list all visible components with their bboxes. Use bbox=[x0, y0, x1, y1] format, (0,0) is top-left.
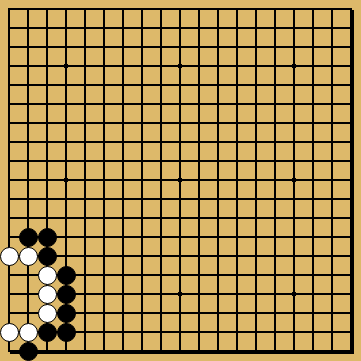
grid-line-vertical bbox=[274, 8, 276, 352]
grid-line-vertical bbox=[217, 8, 219, 352]
grid-line-vertical bbox=[331, 8, 333, 352]
stone-black-d2[interactable] bbox=[57, 323, 76, 342]
star-point bbox=[292, 292, 296, 296]
go-board-diagram bbox=[0, 0, 361, 361]
grid-line-horizontal bbox=[8, 236, 352, 238]
stone-white-a2[interactable] bbox=[0, 323, 19, 342]
star-point bbox=[178, 64, 182, 68]
stone-black-d3[interactable] bbox=[57, 304, 76, 323]
grid-line-vertical bbox=[312, 8, 314, 352]
grid-line-horizontal bbox=[8, 255, 352, 257]
stone-black-c2[interactable] bbox=[38, 323, 57, 342]
star-point bbox=[178, 178, 182, 182]
stone-black-d4[interactable] bbox=[57, 285, 76, 304]
board-edge-shadow-right bbox=[352, 10, 354, 354]
grid-line-horizontal bbox=[8, 217, 352, 219]
stone-black-b7[interactable] bbox=[19, 228, 38, 247]
stone-black-c7[interactable] bbox=[38, 228, 57, 247]
star-point bbox=[292, 178, 296, 182]
stone-black-d5[interactable] bbox=[57, 266, 76, 285]
stone-black-c6[interactable] bbox=[38, 247, 57, 266]
star-point bbox=[292, 64, 296, 68]
grid-line-vertical bbox=[236, 8, 238, 352]
stone-white-c3[interactable] bbox=[38, 304, 57, 323]
star-point bbox=[64, 178, 68, 182]
stone-white-c4[interactable] bbox=[38, 285, 57, 304]
star-point bbox=[178, 292, 182, 296]
stone-white-c5[interactable] bbox=[38, 266, 57, 285]
grid-line-vertical bbox=[198, 8, 200, 352]
grid-line-vertical bbox=[255, 8, 257, 352]
stone-black-b1[interactable] bbox=[19, 342, 38, 361]
grid-line-horizontal bbox=[8, 198, 352, 200]
go-board[interactable] bbox=[0, 0, 361, 361]
stone-white-b2[interactable] bbox=[19, 323, 38, 342]
stone-white-a6[interactable] bbox=[0, 247, 19, 266]
star-point bbox=[64, 64, 68, 68]
board-edge-shadow-bottom bbox=[10, 352, 354, 354]
stone-white-b6[interactable] bbox=[19, 247, 38, 266]
